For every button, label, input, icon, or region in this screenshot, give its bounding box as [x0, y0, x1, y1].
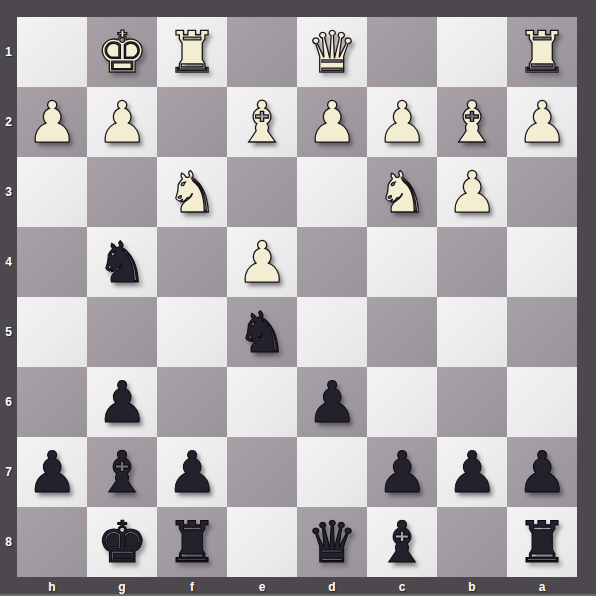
square-c2[interactable]: ♟: [367, 87, 437, 157]
white-bishop-icon[interactable]: ♝: [227, 87, 297, 157]
white-queen-icon[interactable]: ♛: [297, 17, 367, 87]
white-pawn-icon[interactable]: ♟: [367, 87, 437, 157]
square-g4[interactable]: ♞: [87, 227, 157, 297]
rank-label-5: 5: [0, 297, 17, 367]
square-e4[interactable]: ♟: [227, 227, 297, 297]
black-pawn-icon[interactable]: ♟: [507, 437, 577, 507]
square-d6[interactable]: ♟: [297, 367, 367, 437]
square-d2[interactable]: ♟: [297, 87, 367, 157]
black-pawn-icon[interactable]: ♟: [17, 437, 87, 507]
square-a4[interactable]: [507, 227, 577, 297]
square-g7[interactable]: ♝: [87, 437, 157, 507]
square-h4[interactable]: [17, 227, 87, 297]
square-e1[interactable]: [227, 17, 297, 87]
square-b8[interactable]: [437, 507, 507, 577]
file-label-f: f: [157, 578, 227, 596]
rank-label-1: 1: [0, 17, 17, 87]
square-d1[interactable]: ♛: [297, 17, 367, 87]
black-pawn-icon[interactable]: ♟: [157, 437, 227, 507]
white-knight-icon[interactable]: ♞: [157, 157, 227, 227]
square-c3[interactable]: ♞: [367, 157, 437, 227]
white-pawn-icon[interactable]: ♟: [227, 227, 297, 297]
file-label-g: g: [87, 578, 157, 596]
square-c1[interactable]: [367, 17, 437, 87]
square-f8[interactable]: ♜: [157, 507, 227, 577]
square-f6[interactable]: [157, 367, 227, 437]
white-rook-icon[interactable]: ♜: [507, 17, 577, 87]
square-f4[interactable]: [157, 227, 227, 297]
square-b7[interactable]: ♟: [437, 437, 507, 507]
black-pawn-icon[interactable]: ♟: [297, 367, 367, 437]
black-rook-icon[interactable]: ♜: [507, 507, 577, 577]
white-pawn-icon[interactable]: ♟: [297, 87, 367, 157]
square-f2[interactable]: [157, 87, 227, 157]
square-a3[interactable]: [507, 157, 577, 227]
square-g5[interactable]: [87, 297, 157, 367]
square-d4[interactable]: [297, 227, 367, 297]
rank-label-7: 7: [0, 437, 17, 507]
white-pawn-icon[interactable]: ♟: [87, 87, 157, 157]
rank-label-8: 8: [0, 507, 17, 577]
rank-label-4: 4: [0, 227, 17, 297]
square-c5[interactable]: [367, 297, 437, 367]
square-d5[interactable]: [297, 297, 367, 367]
square-e3[interactable]: [227, 157, 297, 227]
square-f7[interactable]: ♟: [157, 437, 227, 507]
white-bishop-icon[interactable]: ♝: [437, 87, 507, 157]
square-c7[interactable]: ♟: [367, 437, 437, 507]
square-h6[interactable]: [17, 367, 87, 437]
square-a1[interactable]: ♜: [507, 17, 577, 87]
square-e5[interactable]: ♞: [227, 297, 297, 367]
chess-board: ♚♜♛♜♟♟♝♟♟♝♟♞♞♟♞♟♞♟♟♟♝♟♟♟♟♚♜♛♝♜: [17, 17, 577, 577]
file-label-c: c: [367, 578, 437, 596]
square-h2[interactable]: ♟: [17, 87, 87, 157]
black-pawn-icon[interactable]: ♟: [437, 437, 507, 507]
white-knight-icon[interactable]: ♞: [367, 157, 437, 227]
square-a7[interactable]: ♟: [507, 437, 577, 507]
black-knight-icon[interactable]: ♞: [87, 227, 157, 297]
black-pawn-icon[interactable]: ♟: [87, 367, 157, 437]
square-e8[interactable]: [227, 507, 297, 577]
square-d3[interactable]: [297, 157, 367, 227]
file-label-h: h: [17, 578, 87, 596]
file-label-d: d: [297, 578, 367, 596]
square-h8[interactable]: [17, 507, 87, 577]
black-bishop-icon[interactable]: ♝: [367, 507, 437, 577]
square-b1[interactable]: [437, 17, 507, 87]
square-h1[interactable]: [17, 17, 87, 87]
square-h7[interactable]: ♟: [17, 437, 87, 507]
square-g1[interactable]: ♚: [87, 17, 157, 87]
black-queen-icon[interactable]: ♛: [297, 507, 367, 577]
black-rook-icon[interactable]: ♜: [157, 507, 227, 577]
rank-label-3: 3: [0, 157, 17, 227]
square-e6[interactable]: [227, 367, 297, 437]
square-f5[interactable]: [157, 297, 227, 367]
white-pawn-icon[interactable]: ♟: [507, 87, 577, 157]
square-h3[interactable]: [17, 157, 87, 227]
square-b2[interactable]: ♝: [437, 87, 507, 157]
square-b6[interactable]: [437, 367, 507, 437]
square-g8[interactable]: ♚: [87, 507, 157, 577]
square-a2[interactable]: ♟: [507, 87, 577, 157]
file-label-e: e: [227, 578, 297, 596]
square-g2[interactable]: ♟: [87, 87, 157, 157]
square-a6[interactable]: [507, 367, 577, 437]
square-d7[interactable]: [297, 437, 367, 507]
square-d8[interactable]: ♛: [297, 507, 367, 577]
rank-label-2: 2: [0, 87, 17, 157]
square-g6[interactable]: ♟: [87, 367, 157, 437]
square-c8[interactable]: ♝: [367, 507, 437, 577]
square-c6[interactable]: [367, 367, 437, 437]
square-h5[interactable]: [17, 297, 87, 367]
square-f1[interactable]: ♜: [157, 17, 227, 87]
white-pawn-icon[interactable]: ♟: [437, 157, 507, 227]
square-f3[interactable]: ♞: [157, 157, 227, 227]
white-pawn-icon[interactable]: ♟: [17, 87, 87, 157]
rank-label-6: 6: [0, 367, 17, 437]
square-b3[interactable]: ♟: [437, 157, 507, 227]
chess-board-frame: ♚♜♛♜♟♟♝♟♟♝♟♞♞♟♞♟♞♟♟♟♝♟♟♟♟♚♜♛♝♜ 12345678h…: [0, 0, 596, 596]
white-king-icon[interactable]: ♚: [87, 17, 157, 87]
square-a5[interactable]: [507, 297, 577, 367]
black-pawn-icon[interactable]: ♟: [367, 437, 437, 507]
white-rook-icon[interactable]: ♜: [157, 17, 227, 87]
square-e7[interactable]: [227, 437, 297, 507]
square-b4[interactable]: [437, 227, 507, 297]
black-knight-icon[interactable]: ♞: [227, 297, 297, 367]
square-b5[interactable]: [437, 297, 507, 367]
file-label-a: a: [507, 578, 577, 596]
square-a8[interactable]: ♜: [507, 507, 577, 577]
black-bishop-icon[interactable]: ♝: [87, 437, 157, 507]
square-e2[interactable]: ♝: [227, 87, 297, 157]
black-king-icon[interactable]: ♚: [87, 507, 157, 577]
file-label-b: b: [437, 578, 507, 596]
square-c4[interactable]: [367, 227, 437, 297]
square-g3[interactable]: [87, 157, 157, 227]
